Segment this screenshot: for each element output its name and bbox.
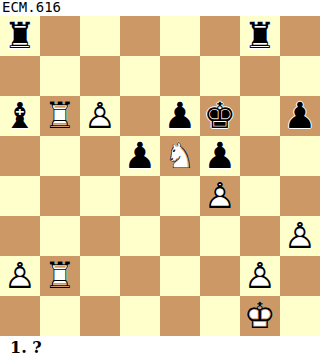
square-b4[interactable]	[40, 176, 80, 216]
square-a4[interactable]	[0, 176, 40, 216]
square-b7[interactable]	[40, 56, 80, 96]
black-rook-piece: ♜	[0, 16, 40, 56]
black-pawn-piece: ♟	[160, 96, 200, 136]
black-bishop-piece: ♝	[0, 96, 40, 136]
square-g7[interactable]	[240, 56, 280, 96]
square-h4[interactable]	[280, 176, 320, 216]
square-b1[interactable]	[40, 296, 80, 336]
black-pawn-piece: ♟	[200, 136, 240, 176]
square-a3[interactable]	[0, 216, 40, 256]
square-f1[interactable]	[200, 296, 240, 336]
square-d6[interactable]	[120, 96, 160, 136]
square-f2[interactable]	[200, 256, 240, 296]
square-h5[interactable]	[280, 136, 320, 176]
square-g4[interactable]	[240, 176, 280, 216]
white-pawn-piece: ♟♙	[80, 96, 120, 136]
white-rook-piece: ♜♖	[40, 256, 80, 296]
square-e5[interactable]: ♞♘	[160, 136, 200, 176]
square-b5[interactable]	[40, 136, 80, 176]
square-e4[interactable]	[160, 176, 200, 216]
square-g5[interactable]	[240, 136, 280, 176]
square-b2[interactable]: ♜♖	[40, 256, 80, 296]
white-pawn-piece: ♟♙	[0, 256, 40, 296]
square-d5[interactable]: ♟	[120, 136, 160, 176]
chess-diagram-page: ECM.616 ♜♜♝♜♖♟♙♟♚♟♟♞♘♟♟♙♟♙♟♙♜♖♟♙♚♔ 1. ?	[0, 0, 320, 360]
square-d1[interactable]	[120, 296, 160, 336]
square-b6[interactable]: ♜♖	[40, 96, 80, 136]
square-b8[interactable]	[40, 16, 80, 56]
square-d2[interactable]	[120, 256, 160, 296]
square-e7[interactable]	[160, 56, 200, 96]
move-prompt: 1. ?	[10, 338, 42, 360]
square-h2[interactable]	[280, 256, 320, 296]
square-e6[interactable]: ♟	[160, 96, 200, 136]
white-rook-piece: ♜♖	[40, 96, 80, 136]
square-a1[interactable]	[0, 296, 40, 336]
square-e3[interactable]	[160, 216, 200, 256]
white-pawn-piece: ♟♙	[200, 176, 240, 216]
square-g2[interactable]: ♟♙	[240, 256, 280, 296]
square-a7[interactable]	[0, 56, 40, 96]
square-d7[interactable]	[120, 56, 160, 96]
square-g3[interactable]	[240, 216, 280, 256]
black-pawn-piece: ♟	[280, 96, 320, 136]
square-c4[interactable]	[80, 176, 120, 216]
square-c8[interactable]	[80, 16, 120, 56]
square-f5[interactable]: ♟	[200, 136, 240, 176]
square-a5[interactable]	[0, 136, 40, 176]
white-king-piece: ♚♔	[240, 296, 280, 336]
square-c7[interactable]	[80, 56, 120, 96]
black-rook-piece: ♜	[240, 16, 280, 56]
square-e8[interactable]	[160, 16, 200, 56]
page-title: ECM.616	[2, 0, 61, 16]
square-f8[interactable]	[200, 16, 240, 56]
square-d3[interactable]	[120, 216, 160, 256]
square-e1[interactable]	[160, 296, 200, 336]
square-h3[interactable]: ♟♙	[280, 216, 320, 256]
white-pawn-piece: ♟♙	[280, 216, 320, 256]
square-h1[interactable]	[280, 296, 320, 336]
square-h6[interactable]: ♟	[280, 96, 320, 136]
square-a6[interactable]: ♝	[0, 96, 40, 136]
square-d4[interactable]	[120, 176, 160, 216]
black-pawn-piece: ♟	[120, 136, 160, 176]
square-d8[interactable]	[120, 16, 160, 56]
square-g8[interactable]: ♜	[240, 16, 280, 56]
square-a2[interactable]: ♟♙	[0, 256, 40, 296]
square-f3[interactable]	[200, 216, 240, 256]
black-king-piece: ♚	[200, 96, 240, 136]
chess-board: ♜♜♝♜♖♟♙♟♚♟♟♞♘♟♟♙♟♙♟♙♜♖♟♙♚♔	[0, 16, 320, 336]
square-b3[interactable]	[40, 216, 80, 256]
square-h7[interactable]	[280, 56, 320, 96]
white-pawn-piece: ♟♙	[240, 256, 280, 296]
square-g6[interactable]	[240, 96, 280, 136]
square-h8[interactable]	[280, 16, 320, 56]
square-f6[interactable]: ♚	[200, 96, 240, 136]
square-c5[interactable]	[80, 136, 120, 176]
square-f7[interactable]	[200, 56, 240, 96]
square-c1[interactable]	[80, 296, 120, 336]
square-c6[interactable]: ♟♙	[80, 96, 120, 136]
square-f4[interactable]: ♟♙	[200, 176, 240, 216]
square-e2[interactable]	[160, 256, 200, 296]
square-g1[interactable]: ♚♔	[240, 296, 280, 336]
white-knight-piece: ♞♘	[160, 136, 200, 176]
square-c3[interactable]	[80, 216, 120, 256]
square-a8[interactable]: ♜	[0, 16, 40, 56]
square-c2[interactable]	[80, 256, 120, 296]
